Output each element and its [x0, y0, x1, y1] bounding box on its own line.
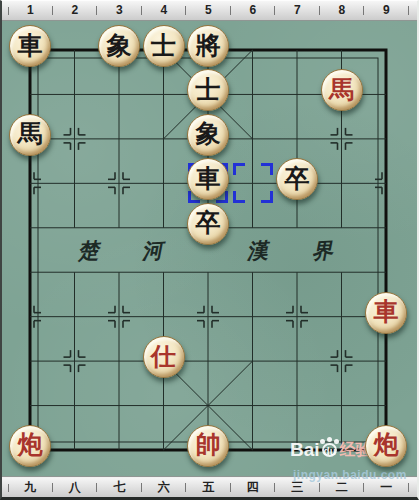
river-text-han: 漢	[240, 236, 273, 266]
piece-glyph: 仕	[151, 344, 176, 369]
piece-glyph: 炮	[18, 432, 43, 457]
piece-glyph: 士	[151, 33, 176, 58]
piece-glyph: 車	[196, 166, 221, 191]
piece-black-soldier-center[interactable]: 卒	[187, 203, 229, 245]
baidu-paw-icon: du	[322, 443, 337, 457]
baidu-watermark-url: jingyan.baidu.com	[293, 468, 407, 482]
piece-glyph: 炮	[374, 432, 399, 457]
file-label-top-9: 9	[364, 1, 409, 20]
piece-glyph: 帥	[196, 432, 221, 457]
piece-glyph: 車	[374, 299, 399, 324]
file-label-bottom-4: 六	[142, 478, 187, 497]
river-text-jie: 界	[305, 236, 338, 266]
xiangqi-board[interactable]: 楚 河 漢 界 Bai du 经验 jingyan.baidu.com 車象士將…	[2, 21, 417, 477]
piece-red-cannon-right[interactable]: 炮	[365, 425, 407, 467]
piece-black-horse[interactable]: 馬	[9, 114, 51, 156]
piece-red-general[interactable]: 帥	[187, 425, 229, 467]
piece-black-elephant-left[interactable]: 象	[98, 25, 140, 67]
file-label-bottom-6: 四	[231, 478, 276, 497]
piece-glyph: 卒	[196, 210, 221, 235]
piece-glyph: 象	[196, 121, 221, 146]
baidu-watermark: Bai du 经验	[290, 439, 372, 461]
piece-black-elephant-center[interactable]: 象	[187, 114, 229, 156]
piece-glyph: 卒	[285, 166, 310, 191]
baidu-logo-text: Bai	[290, 439, 320, 461]
move-highlight-origin	[233, 163, 273, 203]
piece-glyph: 士	[196, 77, 221, 102]
file-label-top-8: 8	[320, 1, 365, 20]
file-label-bottom-3: 七	[97, 478, 142, 497]
file-label-bottom-5: 五	[186, 478, 231, 497]
piece-red-advisor[interactable]: 仕	[143, 336, 185, 378]
river-text-he: 河	[135, 236, 168, 266]
file-label-bottom-1: 九	[8, 478, 53, 497]
file-label-top-2: 2	[53, 1, 98, 20]
piece-glyph: 象	[107, 33, 132, 58]
piece-glyph: 馬	[329, 77, 354, 102]
file-label-bottom-2: 八	[53, 478, 98, 497]
river-text-chu: 楚	[71, 236, 104, 266]
piece-glyph: 馬	[18, 121, 43, 146]
piece-red-chariot[interactable]: 車	[365, 292, 407, 334]
piece-red-cannon-left[interactable]: 炮	[9, 425, 51, 467]
file-label-top-6: 6	[231, 1, 276, 20]
piece-black-general[interactable]: 將	[187, 25, 229, 67]
piece-glyph: 將	[196, 33, 221, 58]
file-label-top-7: 7	[275, 1, 320, 20]
file-label-top-5: 5	[186, 1, 231, 20]
piece-glyph: 車	[18, 33, 43, 58]
file-label-top-1: 1	[8, 1, 53, 20]
piece-black-chariot-left[interactable]: 車	[9, 25, 51, 67]
file-label-top-4: 4	[142, 1, 187, 20]
app-window: 123456789 楚 河 漢 界 Bai du 经验 jingyan.baid…	[0, 0, 419, 500]
piece-red-horse[interactable]: 馬	[321, 69, 363, 111]
piece-black-advisor-left[interactable]: 士	[143, 25, 185, 67]
file-label-top-3: 3	[97, 1, 142, 20]
file-ruler-top: 123456789	[2, 1, 417, 21]
